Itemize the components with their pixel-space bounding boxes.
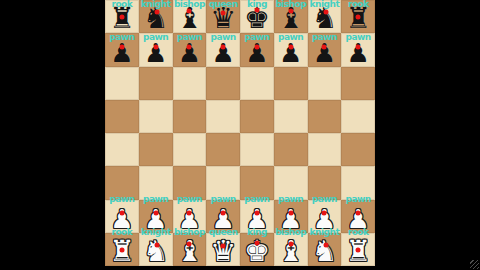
piece-white-knight[interactable]: ♞ [139,235,173,267]
square-b7[interactable]: pawn♟ [139,33,173,66]
square-e6[interactable] [240,67,274,100]
square-e4[interactable] [240,133,274,166]
piece-white-rook[interactable]: ♜ [105,235,139,267]
piece-white-pawn[interactable]: ♟ [240,204,274,234]
piece-black-knight[interactable]: ♞ [139,2,173,34]
square-d1[interactable]: queen♛ [206,233,240,266]
square-h3[interactable] [341,166,375,199]
square-a4[interactable] [105,133,139,166]
piece-black-pawn[interactable]: ♟ [308,38,342,68]
piece-black-queen[interactable]: ♛ [206,2,240,34]
piece-white-queen[interactable]: ♛ [206,235,240,267]
app-window: rook♜knight♞bishop♝queen♛king♚bishop♝kni… [0,0,480,270]
piece-white-pawn[interactable]: ♟ [274,204,308,234]
piece-white-king[interactable]: ♚ [240,235,274,267]
square-g7[interactable]: pawn♟ [308,33,342,66]
piece-black-pawn[interactable]: ♟ [139,38,173,68]
square-a3[interactable] [105,166,139,199]
square-f1[interactable]: bishop♝ [274,233,308,266]
square-d7[interactable]: pawn♟ [206,33,240,66]
piece-black-pawn[interactable]: ♟ [105,38,139,68]
square-b1[interactable]: knight♞ [139,233,173,266]
piece-white-knight[interactable]: ♞ [308,235,342,267]
square-c8[interactable]: bishop♝ [173,0,207,33]
square-g6[interactable] [308,67,342,100]
piece-white-pawn[interactable]: ♟ [308,204,342,234]
square-b5[interactable] [139,100,173,133]
square-f8[interactable]: bishop♝ [274,0,308,33]
square-g8[interactable]: knight♞ [308,0,342,33]
square-f2[interactable]: pawn♟ [274,200,308,233]
piece-black-knight[interactable]: ♞ [308,2,342,34]
square-c1[interactable]: bishop♝ [173,233,207,266]
square-a5[interactable] [105,100,139,133]
piece-white-bishop[interactable]: ♝ [274,235,308,267]
square-g3[interactable] [308,166,342,199]
piece-black-rook[interactable]: ♜ [105,2,139,34]
square-b8[interactable]: knight♞ [139,0,173,33]
piece-black-pawn[interactable]: ♟ [274,38,308,68]
square-h7[interactable]: pawn♟ [341,33,375,66]
square-a6[interactable] [105,67,139,100]
square-b4[interactable] [139,133,173,166]
piece-white-bishop[interactable]: ♝ [173,235,207,267]
chess-board: rook♜knight♞bishop♝queen♛king♚bishop♝kni… [105,0,375,266]
square-f6[interactable] [274,67,308,100]
piece-white-pawn[interactable]: ♟ [139,204,173,234]
square-e1[interactable]: king♚ [240,233,274,266]
square-h2[interactable]: pawn♟ [341,200,375,233]
square-e2[interactable]: pawn♟ [240,200,274,233]
square-h8[interactable]: rook♜ [341,0,375,33]
square-b2[interactable]: pawn♟ [139,200,173,233]
square-d2[interactable]: pawn♟ [206,200,240,233]
piece-white-pawn[interactable]: ♟ [173,204,207,234]
piece-black-pawn[interactable]: ♟ [173,38,207,68]
square-a7[interactable]: pawn♟ [105,33,139,66]
square-d8[interactable]: queen♛ [206,0,240,33]
square-f7[interactable]: pawn♟ [274,33,308,66]
square-c7[interactable]: pawn♟ [173,33,207,66]
piece-black-pawn[interactable]: ♟ [341,38,375,68]
piece-black-pawn[interactable]: ♟ [206,38,240,68]
piece-black-king[interactable]: ♚ [240,2,274,34]
square-d5[interactable] [206,100,240,133]
square-f3[interactable] [274,166,308,199]
square-d6[interactable] [206,67,240,100]
square-c2[interactable]: pawn♟ [173,200,207,233]
square-c4[interactable] [173,133,207,166]
piece-white-rook[interactable]: ♜ [341,235,375,267]
square-h4[interactable] [341,133,375,166]
square-c5[interactable] [173,100,207,133]
square-f5[interactable] [274,100,308,133]
square-h6[interactable] [341,67,375,100]
square-a2[interactable]: pawn♟ [105,200,139,233]
square-a1[interactable]: rook♜ [105,233,139,266]
square-e3[interactable] [240,166,274,199]
square-g2[interactable]: pawn♟ [308,200,342,233]
square-e8[interactable]: king♚ [240,0,274,33]
square-h5[interactable] [341,100,375,133]
square-f4[interactable] [274,133,308,166]
piece-black-bishop[interactable]: ♝ [173,2,207,34]
square-g4[interactable] [308,133,342,166]
piece-black-pawn[interactable]: ♟ [240,38,274,68]
square-d3[interactable] [206,166,240,199]
square-d4[interactable] [206,133,240,166]
resize-grip-icon[interactable] [470,260,479,269]
square-b6[interactable] [139,67,173,100]
piece-white-pawn[interactable]: ♟ [341,204,375,234]
square-b3[interactable] [139,166,173,199]
square-a8[interactable]: rook♜ [105,0,139,33]
piece-white-pawn[interactable]: ♟ [105,204,139,234]
square-c3[interactable] [173,166,207,199]
square-g1[interactable]: knight♞ [308,233,342,266]
square-c6[interactable] [173,67,207,100]
square-g5[interactable] [308,100,342,133]
square-e5[interactable] [240,100,274,133]
square-e7[interactable]: pawn♟ [240,33,274,66]
piece-black-rook[interactable]: ♜ [341,2,375,34]
piece-white-pawn[interactable]: ♟ [206,204,240,234]
piece-black-bishop[interactable]: ♝ [274,2,308,34]
square-h1[interactable]: rook♜ [341,233,375,266]
